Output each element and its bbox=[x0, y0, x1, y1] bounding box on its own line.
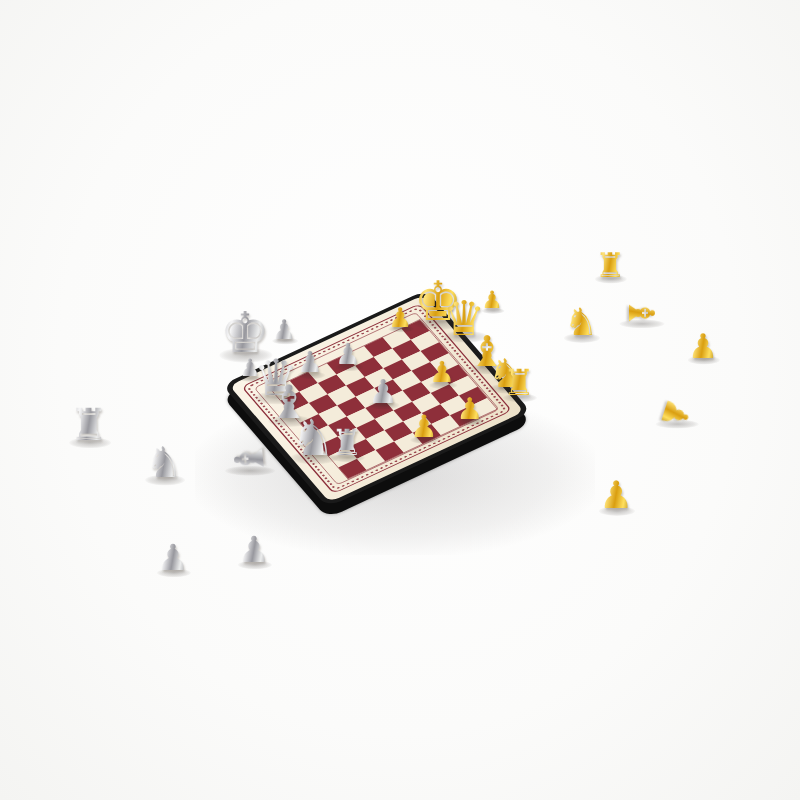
bishop-glyph: ♝ bbox=[623, 297, 659, 329]
silver-rook[interactable]: ♜ bbox=[331, 425, 363, 461]
pawn-glyph: ♟ bbox=[238, 532, 270, 568]
gold-pawn[interactable]: ♟ bbox=[688, 329, 718, 363]
silver-bishop[interactable]: ♝ bbox=[228, 439, 271, 478]
pawn-glyph: ♟ bbox=[599, 476, 633, 514]
rook-glyph: ♜ bbox=[595, 248, 625, 282]
gold-rook[interactable]: ♜ bbox=[503, 365, 535, 401]
silver-pawn[interactable]: ♟ bbox=[368, 375, 398, 408]
silver-pawn[interactable]: ♟ bbox=[335, 340, 361, 369]
silver-pawn[interactable]: ♟ bbox=[157, 540, 189, 576]
rook-glyph: ♜ bbox=[69, 403, 108, 447]
rook-glyph: ♜ bbox=[331, 425, 363, 461]
knight-glyph: ♞ bbox=[291, 413, 336, 463]
pawn-glyph: ♟ bbox=[368, 375, 398, 408]
bishop-glyph: ♝ bbox=[228, 439, 271, 478]
gold-knight[interactable]: ♞ bbox=[564, 303, 598, 341]
pawn-glyph: ♟ bbox=[157, 540, 189, 576]
pawn-glyph: ♟ bbox=[688, 329, 718, 363]
knight-glyph: ♞ bbox=[145, 442, 183, 484]
pawn-glyph: ♟ bbox=[410, 411, 438, 442]
pawn-glyph: ♟ bbox=[297, 348, 323, 377]
gold-bishop[interactable]: ♝ bbox=[623, 297, 659, 329]
pawn-glyph: ♟ bbox=[335, 340, 361, 369]
silver-pawn[interactable]: ♟ bbox=[297, 348, 323, 377]
gold-pawn[interactable]: ♟ bbox=[429, 358, 455, 387]
silver-pawn[interactable]: ♟ bbox=[238, 532, 270, 568]
pawn-glyph: ♟ bbox=[429, 358, 455, 387]
silver-pawn[interactable]: ♟ bbox=[272, 316, 296, 343]
silver-rook[interactable]: ♜ bbox=[69, 403, 108, 447]
gold-pawn[interactable]: ♟ bbox=[599, 476, 633, 514]
pawn-glyph: ♟ bbox=[272, 316, 296, 343]
gold-rook[interactable]: ♜ bbox=[595, 248, 625, 282]
pawn-glyph: ♟ bbox=[655, 394, 697, 433]
gold-pawn[interactable]: ♟ bbox=[410, 411, 438, 442]
gold-pawn[interactable]: ♟ bbox=[388, 304, 412, 331]
gold-pawn[interactable]: ♟ bbox=[457, 394, 484, 424]
rook-glyph: ♜ bbox=[503, 365, 535, 401]
silver-knight[interactable]: ♞ bbox=[145, 442, 183, 484]
pawn-glyph: ♟ bbox=[388, 304, 412, 331]
knight-glyph: ♞ bbox=[564, 303, 598, 341]
pawn-glyph: ♟ bbox=[457, 394, 484, 424]
product-photo-stage: ♚♛♝♞♜♟♟♟♟♟♚♛♝♞♜♟♟♟♟♟♜♞♝♟♟♜♞♝♟♟♟ bbox=[0, 0, 800, 800]
silver-knight[interactable]: ♞ bbox=[291, 413, 336, 463]
gold-pawn[interactable]: ♟ bbox=[655, 394, 697, 433]
